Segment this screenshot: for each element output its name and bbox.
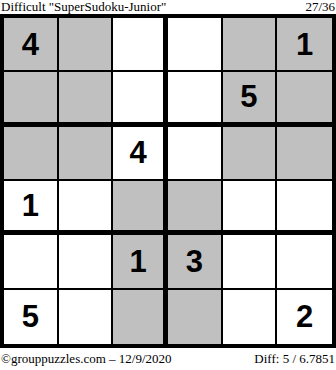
cell-r1c1-given-4[interactable]: 4 xyxy=(4,18,59,72)
footer: ©grouppuzzles.com – 12/9/2020 Diff: 5 / … xyxy=(0,352,336,368)
cell-r2c1[interactable] xyxy=(4,72,59,126)
cell-r4c4[interactable] xyxy=(168,181,223,235)
cell-r4c6[interactable] xyxy=(277,181,332,235)
sudoku-board: 415411352 xyxy=(0,14,336,348)
cell-r3c6[interactable] xyxy=(277,127,332,181)
puzzle-page: Difficult "SuperSudoku-Junior" 27/36 415… xyxy=(0,0,336,370)
puzzle-title: Difficult "SuperSudoku-Junior" xyxy=(1,0,166,13)
cell-r6c6-given-2[interactable]: 2 xyxy=(277,290,332,344)
cell-r2c3[interactable] xyxy=(113,72,168,126)
remaining-cells-counter: 27/36 xyxy=(305,0,335,13)
cell-r3c4[interactable] xyxy=(168,127,223,181)
cell-r6c1-given-5[interactable]: 5 xyxy=(4,290,59,344)
cell-r6c2[interactable] xyxy=(59,290,114,344)
cell-r5c6[interactable] xyxy=(277,235,332,289)
cell-r5c1[interactable] xyxy=(4,235,59,289)
cell-r2c5-given-5[interactable]: 5 xyxy=(223,72,278,126)
cell-r6c5[interactable] xyxy=(223,290,278,344)
cell-r4c5[interactable] xyxy=(223,181,278,235)
cell-r1c3[interactable] xyxy=(113,18,168,72)
cell-r3c3-given-4[interactable]: 4 xyxy=(113,127,168,181)
cell-r5c5[interactable] xyxy=(223,235,278,289)
cell-r1c5[interactable] xyxy=(223,18,278,72)
cell-r4c1-given-1[interactable]: 1 xyxy=(4,181,59,235)
cell-r3c2[interactable] xyxy=(59,127,114,181)
cell-r5c4-given-3[interactable]: 3 xyxy=(168,235,223,289)
cell-r5c3-given-1[interactable]: 1 xyxy=(113,235,168,289)
cell-r2c4[interactable] xyxy=(168,72,223,126)
cell-r3c5[interactable] xyxy=(223,127,278,181)
cell-r1c2[interactable] xyxy=(59,18,114,72)
cell-r3c1[interactable] xyxy=(4,127,59,181)
cell-r1c6-given-1[interactable]: 1 xyxy=(277,18,332,72)
copyright-text: ©grouppuzzles.com – 12/9/2020 xyxy=(1,352,172,366)
cell-r6c3[interactable] xyxy=(113,290,168,344)
cell-r4c2[interactable] xyxy=(59,181,114,235)
cell-r2c2[interactable] xyxy=(59,72,114,126)
difficulty-rating: Diff: 5 / 6.7851 xyxy=(254,352,335,366)
cell-r5c2[interactable] xyxy=(59,235,114,289)
cell-r1c4[interactable] xyxy=(168,18,223,72)
header: Difficult "SuperSudoku-Junior" 27/36 xyxy=(0,0,336,14)
cell-r4c3[interactable] xyxy=(113,181,168,235)
cell-r6c4[interactable] xyxy=(168,290,223,344)
cell-r2c6[interactable] xyxy=(277,72,332,126)
